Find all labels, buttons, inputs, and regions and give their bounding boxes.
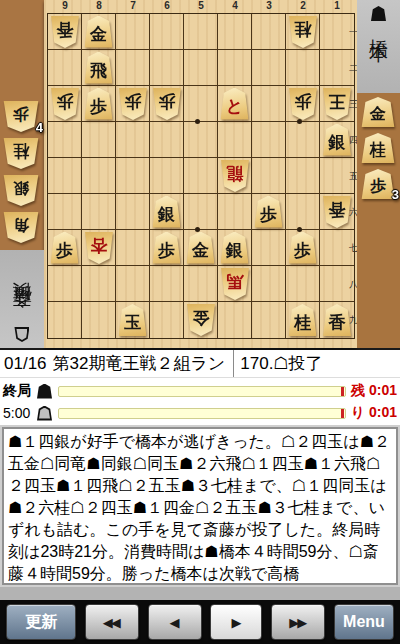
square-f8r8[interactable] — [82, 266, 116, 302]
sente-piece: 銀 — [323, 124, 352, 156]
gote-piece: 桂 — [288, 16, 317, 48]
square-f5r6[interactable] — [184, 194, 218, 230]
square-f9r8[interactable] — [48, 266, 82, 302]
prev-icon: ◀ — [170, 615, 178, 630]
sente-clock-label: 終局 — [3, 382, 37, 400]
gote-piece: 金 — [186, 304, 215, 336]
board-grid: 香金桂飛歩歩歩歩と歩王銀龍銀歩香歩杏歩金銀歩馬玉金桂香 — [47, 13, 355, 339]
star-point — [195, 119, 200, 124]
gote-piece: 王 — [323, 88, 352, 120]
captured-piece: 角 — [3, 212, 39, 243]
square-f6r3[interactable]: 歩 — [150, 86, 184, 122]
square-f2r5[interactable] — [286, 158, 320, 194]
square-f3r3[interactable] — [252, 86, 286, 122]
square-f4r5[interactable]: 龍 — [218, 158, 252, 194]
file-label-5: 5 — [184, 0, 218, 11]
square-f4r9[interactable] — [218, 302, 252, 338]
sente-piece: 歩 — [50, 232, 79, 264]
square-f1r9[interactable]: 香 — [320, 302, 354, 338]
clock-panel: 終局 残 0:01 5:00 り 0:01 — [0, 377, 400, 426]
square-f9r9[interactable] — [48, 302, 82, 338]
comment-area: ☗１四銀が好手で橋本が逃げきった。☖２四玉は☗２五金☖同竜☗同銀☖同玉☗２六飛☖… — [0, 425, 400, 587]
square-f9r4[interactable] — [48, 122, 82, 158]
app-screen: 987654321 一二三四五六七八九 香金桂飛歩歩歩歩と歩王銀龍銀歩香歩杏歩金… — [0, 0, 400, 644]
square-f7r1[interactable] — [116, 14, 150, 50]
square-f3r8[interactable] — [252, 266, 286, 302]
rewind-icon: ◀◀ — [103, 615, 119, 630]
square-f7r9[interactable]: 玉 — [116, 302, 150, 338]
star-point — [297, 119, 302, 124]
square-f1r6[interactable]: 香 — [320, 194, 354, 230]
square-f9r1[interactable]: 香 — [48, 14, 82, 50]
square-f9r2[interactable] — [48, 50, 82, 86]
square-f9r5[interactable] — [48, 158, 82, 194]
square-f2r4[interactable] — [286, 122, 320, 158]
captured-piece: 金 — [361, 97, 395, 127]
captured-piece: 桂 — [361, 133, 395, 163]
square-f3r1[interactable] — [252, 14, 286, 50]
captured-count: 4 — [36, 120, 43, 135]
sente-captured-tray: 金桂歩3 — [361, 97, 395, 199]
move-display: 170.☖投了 — [240, 352, 322, 375]
captured-piece: 銀 — [3, 175, 39, 206]
square-f6r9[interactable] — [150, 302, 184, 338]
event-name: 第32期竜王戦２組ラン — [53, 352, 226, 375]
square-f6r1[interactable] — [150, 14, 184, 50]
square-f1r2[interactable] — [320, 50, 354, 86]
sente-time-remaining: 残 0:01 — [351, 382, 397, 400]
square-f4r3[interactable]: と — [218, 86, 252, 122]
file-label-1: 1 — [320, 0, 354, 11]
square-f2r2[interactable] — [286, 50, 320, 86]
square-f3r9[interactable] — [252, 302, 286, 338]
square-f4r6[interactable] — [218, 194, 252, 230]
sente-piece: 桂 — [288, 304, 317, 336]
board-area: 987654321 一二三四五六七八九 香金桂飛歩歩歩歩と歩王銀龍銀歩香歩杏歩金… — [0, 0, 400, 350]
square-f6r5[interactable] — [150, 158, 184, 194]
square-f2r7[interactable]: 歩 — [286, 230, 320, 266]
file-label-6: 6 — [150, 0, 184, 11]
sente-piece: 歩 — [152, 232, 181, 264]
square-f7r7[interactable] — [116, 230, 150, 266]
square-f5r2[interactable] — [184, 50, 218, 86]
square-f1r8[interactable] — [320, 266, 354, 302]
square-f5r7[interactable]: 金 — [184, 230, 218, 266]
fast-forward-button[interactable]: ▶▶ — [271, 604, 325, 640]
square-f7r3[interactable]: 歩 — [116, 86, 150, 122]
file-label-7: 7 — [116, 0, 150, 11]
square-f7r2[interactable] — [116, 50, 150, 86]
sente-piece: と — [220, 88, 249, 120]
square-f8r4[interactable] — [82, 122, 116, 158]
square-f2r3[interactable]: 歩 — [286, 86, 320, 122]
square-f8r9[interactable] — [82, 302, 116, 338]
gote-player-name: 斎藤慎 — [9, 312, 35, 324]
toolbar: 更新 ◀◀ ◀ ▶ ▶▶ Menu — [0, 600, 400, 644]
gote-piece: 歩 — [118, 88, 147, 120]
gote-time-remaining: り 0:01 — [351, 404, 397, 422]
square-f8r5[interactable] — [82, 158, 116, 194]
black-shogi-piece-icon — [37, 384, 52, 399]
captured-piece: 桂 — [3, 138, 39, 169]
forward-icon: ▶▶ — [289, 615, 305, 630]
sente-time-bar — [58, 386, 346, 397]
bottom-spacer — [0, 587, 400, 600]
square-f4r2[interactable] — [218, 50, 252, 86]
square-f7r6[interactable] — [116, 194, 150, 230]
gote-piece: 馬 — [220, 268, 249, 300]
square-f8r6[interactable] — [82, 194, 116, 230]
captured-count: 3 — [392, 187, 399, 202]
star-point — [195, 227, 200, 232]
square-f1r1[interactable] — [320, 14, 354, 50]
white-shogi-piece-icon — [15, 327, 30, 342]
square-f5r1[interactable] — [184, 14, 218, 50]
square-f6r2[interactable] — [150, 50, 184, 86]
square-f8r2[interactable]: 飛 — [82, 50, 116, 86]
square-f2r6[interactable] — [286, 194, 320, 230]
square-f6r8[interactable] — [150, 266, 184, 302]
file-label-2: 2 — [286, 0, 320, 11]
gote-piece: 香 — [50, 16, 79, 48]
sente-piece: 銀 — [220, 232, 249, 264]
gote-piece: 龍 — [220, 160, 249, 192]
square-f6r6[interactable]: 銀 — [150, 194, 184, 230]
square-f9r3[interactable]: 歩 — [48, 86, 82, 122]
sente-piece: 香 — [323, 304, 352, 336]
square-f3r7[interactable] — [252, 230, 286, 266]
sente-piece: 歩 — [254, 196, 283, 228]
gote-clock-row: 5:00 り 0:01 — [0, 404, 400, 422]
captured-piece: 歩4 — [3, 101, 39, 132]
file-label-3: 3 — [252, 0, 286, 11]
sente-piece: 金 — [84, 16, 113, 48]
star-point — [297, 227, 302, 232]
square-f5r4[interactable] — [184, 122, 218, 158]
sente-piece: 歩 — [84, 88, 113, 120]
square-f5r5[interactable] — [184, 158, 218, 194]
square-f9r6[interactable] — [48, 194, 82, 230]
gote-piece: 歩 — [288, 88, 317, 120]
square-f3r4[interactable] — [252, 122, 286, 158]
rewind-button[interactable]: ◀◀ — [85, 604, 139, 640]
sente-player-name: 橋本 — [366, 24, 392, 32]
square-f8r3[interactable]: 歩 — [82, 86, 116, 122]
square-f5r8[interactable] — [184, 266, 218, 302]
captured-piece: 歩3 — [361, 169, 395, 199]
gote-captured-tray: 歩4桂銀角 — [3, 101, 41, 243]
divider — [233, 350, 234, 377]
gote-clock-label: 5:00 — [3, 405, 37, 421]
square-f4r8[interactable]: 馬 — [218, 266, 252, 302]
white-shogi-piece-icon — [37, 406, 52, 421]
square-f2r8[interactable] — [286, 266, 320, 302]
info-bar: 01/16 第32期竜王戦２組ラン 170.☖投了 — [0, 350, 400, 377]
square-f3r6[interactable]: 歩 — [252, 194, 286, 230]
gote-time-bar — [58, 408, 346, 419]
square-f1r3[interactable]: 王 — [320, 86, 354, 122]
square-f7r8[interactable] — [116, 266, 150, 302]
file-label-9: 9 — [48, 0, 82, 11]
square-f3r5[interactable] — [252, 158, 286, 194]
gote-nameplate: 斎藤慎 — [0, 250, 44, 348]
sente-piece: 銀 — [152, 196, 181, 228]
prev-move-button[interactable]: ◀ — [148, 604, 202, 640]
next-move-button[interactable]: ▶ — [210, 604, 262, 640]
sente-piece: 金 — [186, 232, 215, 264]
sente-clock-row: 終局 残 0:01 — [0, 382, 400, 400]
square-f4r4[interactable] — [218, 122, 252, 158]
square-f4r7[interactable]: 銀 — [218, 230, 252, 266]
square-f3r2[interactable] — [252, 50, 286, 86]
square-f2r9[interactable]: 桂 — [286, 302, 320, 338]
sente-piece: 歩 — [288, 232, 317, 264]
square-f8r7[interactable]: 杏 — [82, 230, 116, 266]
update-button[interactable]: 更新 — [6, 604, 76, 640]
gote-piece: 歩 — [50, 88, 79, 120]
square-f7r5[interactable] — [116, 158, 150, 194]
next-icon: ▶ — [231, 615, 241, 630]
square-f4r1[interactable] — [218, 14, 252, 50]
square-f6r4[interactable] — [150, 122, 184, 158]
black-shogi-piece-icon — [371, 6, 386, 21]
gote-piece: 歩 — [152, 88, 181, 120]
square-f1r5[interactable] — [320, 158, 354, 194]
square-f2r1[interactable]: 桂 — [286, 14, 320, 50]
square-f9r7[interactable]: 歩 — [48, 230, 82, 266]
sente-nameplate: 橋本 — [357, 0, 400, 93]
menu-button[interactable]: Menu — [334, 604, 394, 640]
square-f5r9[interactable]: 金 — [184, 302, 218, 338]
file-label-8: 8 — [82, 0, 116, 11]
file-label-4: 4 — [218, 0, 252, 11]
sente-piece: 飛 — [84, 52, 113, 84]
gote-piece: 杏 — [84, 232, 113, 264]
game-index: 01/16 — [0, 354, 53, 374]
square-f1r7[interactable] — [320, 230, 354, 266]
square-f5r3[interactable] — [184, 86, 218, 122]
square-f1r4[interactable]: 銀 — [320, 122, 354, 158]
square-f8r1[interactable]: 金 — [82, 14, 116, 50]
sente-piece: 玉 — [118, 304, 147, 336]
square-f7r4[interactable] — [116, 122, 150, 158]
commentary-text[interactable]: ☗１四銀が好手で橋本が逃げきった。☖２四玉は☗２五金☖同竜☗同銀☖同玉☗２六飛☖… — [2, 427, 398, 585]
shogi-board: 987654321 一二三四五六七八九 香金桂飛歩歩歩歩と歩王銀龍銀歩香歩杏歩金… — [44, 0, 357, 348]
square-f6r7[interactable]: 歩 — [150, 230, 184, 266]
gote-piece: 香 — [323, 196, 352, 228]
